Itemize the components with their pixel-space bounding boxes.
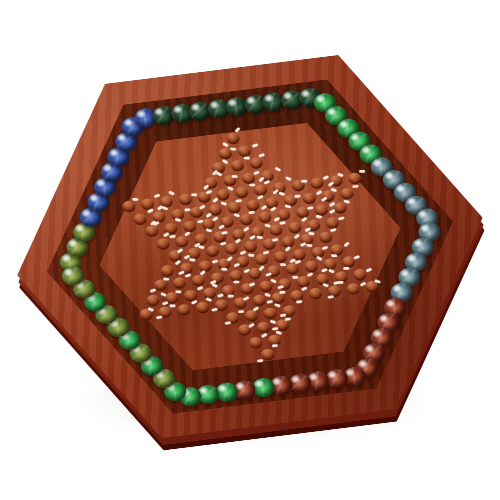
chinese-checkers-board <box>0 13 500 480</box>
product-photo-scene <box>0 0 500 500</box>
marbles-layer <box>0 13 500 480</box>
